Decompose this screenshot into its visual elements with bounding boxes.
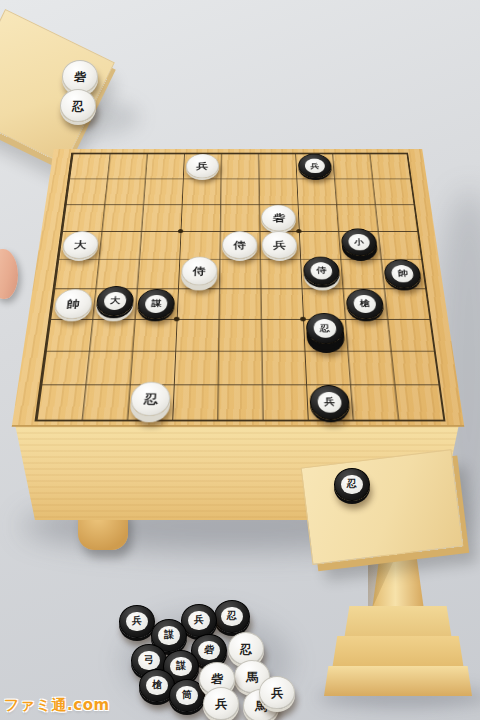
piece-face: 忍	[313, 319, 337, 338]
piece-face: 筒	[176, 686, 198, 706]
piece-face: 謀	[170, 657, 192, 677]
piece-face: 槍	[146, 676, 168, 696]
gungi-piece-white-侍[interactable]: 侍	[222, 231, 258, 259]
piece-kanji: 忍	[347, 479, 357, 489]
gungi-piece-white-砦[interactable]: 砦	[261, 205, 296, 231]
gungi-piece-black-兵[interactable]: 兵	[297, 154, 332, 178]
piece-kanji: 槍	[152, 680, 162, 690]
star-point	[178, 229, 183, 233]
piece-face: 大	[103, 292, 127, 310]
scene: 兵兵砦大侍兵小侍侍帥帥大謀槍忍忍兵 ファミ通.com 砦忍忍兵忍兵謀砦弓謀槍筒忍…	[0, 0, 480, 720]
piece-kanji: 弓	[144, 655, 154, 665]
gungi-piece-white-忍[interactable]: 忍	[130, 381, 171, 415]
piece-kanji: 兵	[273, 240, 286, 250]
gungi-piece-black-小[interactable]: 小	[340, 229, 378, 256]
piece-kanji: 謀	[151, 299, 162, 307]
gungi-board: 兵兵砦大侍兵小侍侍帥帥大謀槍忍忍兵	[12, 149, 464, 425]
piece-kanji: 小	[354, 239, 364, 247]
piece-face: 兵	[304, 159, 325, 174]
gungi-piece-black-忍[interactable]: 忍	[214, 600, 250, 633]
gungi-piece-white-兵[interactable]: 兵	[262, 231, 298, 259]
piece-face: 侍	[310, 262, 333, 279]
piece-face: 兵	[126, 612, 148, 632]
piece-kanji: 兵	[196, 162, 208, 171]
gungi-piece-black-忍[interactable]: 忍	[334, 468, 370, 501]
piece-kanji: 侍	[234, 240, 246, 250]
komadai-pedestal-step	[344, 606, 452, 640]
piece-kanji: 忍	[227, 611, 237, 621]
piece-kanji: 兵	[271, 687, 283, 699]
gungi-piece-white-兵[interactable]: 兵	[259, 676, 295, 709]
piece-face: 小	[348, 234, 371, 251]
piece-face: 兵	[317, 391, 342, 412]
gungi-piece-black-帥[interactable]: 帥	[383, 259, 422, 288]
piece-face: 忍	[341, 475, 363, 495]
gungi-piece-white-兵[interactable]: 兵	[203, 687, 239, 720]
star-point	[174, 317, 180, 322]
piece-face: 砦	[198, 641, 220, 661]
piece-kanji: 侍	[316, 267, 326, 275]
gungi-piece-black-兵[interactable]: 兵	[119, 605, 155, 638]
piece-face: 槍	[353, 295, 377, 313]
watermark: ファミ通.com	[4, 696, 110, 715]
piece-kanji: 謀	[176, 661, 186, 671]
piece-kanji: 忍	[72, 100, 84, 112]
piece-face: 謀	[158, 626, 180, 646]
star-point	[300, 317, 306, 322]
piece-kanji: 大	[74, 240, 87, 250]
piece-kanji: 忍	[319, 324, 330, 333]
piece-kanji: 槍	[359, 299, 370, 307]
piece-kanji: 兵	[310, 163, 320, 170]
piece-kanji: 兵	[194, 615, 204, 625]
piece-face: 弓	[138, 651, 160, 671]
gungi-piece-black-大[interactable]: 大	[95, 286, 134, 316]
gungi-piece-black-侍[interactable]: 侍	[302, 257, 340, 286]
gungi-piece-white-忍[interactable]: 忍	[60, 89, 96, 122]
piece-kanji: 忍	[240, 643, 252, 655]
piece-kanji: 砦	[273, 213, 285, 222]
gungi-piece-black-謀[interactable]: 謀	[137, 289, 176, 319]
piece-face: 帥	[391, 265, 415, 282]
gungi-piece-black-忍[interactable]: 忍	[305, 313, 344, 344]
gungi-piece-white-侍[interactable]: 侍	[181, 257, 218, 286]
piece-kanji: 謀	[164, 630, 174, 640]
piece-kanji: 砦	[211, 673, 223, 685]
piece-face: 兵	[188, 611, 210, 631]
piece-kanji: 侍	[193, 266, 206, 276]
piece-kanji: 砦	[74, 71, 86, 83]
gungi-piece-black-兵[interactable]: 兵	[309, 385, 351, 420]
piece-kanji: 兵	[132, 616, 142, 626]
finger	[0, 249, 18, 299]
komadai-pedestal-step	[332, 636, 464, 670]
komadai-right	[301, 449, 464, 565]
board-grid[interactable]: 兵兵砦大侍兵小侍侍帥帥大謀槍忍忍兵	[34, 153, 445, 422]
piece-kanji: 忍	[144, 392, 158, 404]
gungi-piece-white-兵[interactable]: 兵	[185, 154, 219, 178]
piece-kanji: 筒	[182, 690, 192, 700]
gungi-piece-black-槍[interactable]: 槍	[345, 289, 385, 319]
piece-kanji: 兵	[215, 698, 227, 710]
gungi-piece-white-砦[interactable]: 砦	[62, 60, 98, 93]
komadai-pedestal-base	[324, 666, 472, 696]
piece-kanji: 大	[110, 296, 121, 304]
piece-kanji: 兵	[324, 397, 335, 406]
piece-kanji: 馬	[246, 671, 258, 683]
gungi-piece-white-帥[interactable]: 帥	[53, 289, 93, 319]
piece-kanji: 砦	[204, 645, 214, 655]
komadai-top-left	[0, 9, 115, 165]
piece-kanji: 帥	[66, 298, 80, 309]
piece-face: 謀	[145, 295, 168, 313]
piece-kanji: 帥	[397, 270, 408, 278]
piece-face: 忍	[221, 607, 243, 627]
star-point	[296, 229, 301, 233]
gungi-piece-white-大[interactable]: 大	[61, 231, 99, 259]
